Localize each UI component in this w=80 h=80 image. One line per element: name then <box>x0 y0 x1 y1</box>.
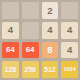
tile-128: 128 <box>2 61 19 78</box>
tile-2: 2 <box>42 2 59 19</box>
tile-4: 4 <box>42 22 59 39</box>
tile-64: 64 <box>22 42 39 59</box>
tile-4: 4 <box>61 22 78 39</box>
tile-4: 4 <box>2 22 19 39</box>
tile-1024: 1024 <box>61 61 78 78</box>
empty-cell <box>2 2 19 19</box>
empty-cell <box>22 2 39 19</box>
tile-256: 256 <box>22 61 39 78</box>
empty-cell <box>22 22 39 39</box>
empty-cell <box>61 2 78 19</box>
tile-4: 4 <box>61 42 78 59</box>
tile-64: 64 <box>2 42 19 59</box>
tile-512: 512 <box>42 61 59 78</box>
tile-8: 8 <box>42 42 59 59</box>
game-board-2048[interactable]: 24446464841282565121024 <box>0 0 80 80</box>
